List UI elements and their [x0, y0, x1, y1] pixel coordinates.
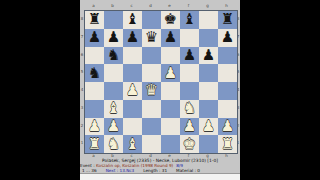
square-d4[interactable]: ♛: [142, 82, 161, 100]
bottom-strip: [80, 173, 240, 180]
square-c6[interactable]: [123, 47, 142, 65]
game-info-bar: Polasek, Sergej (2335) - Necke, Lubomir …: [80, 158, 240, 173]
black-pawn: ♟: [88, 29, 101, 46]
black-rook: ♜: [221, 11, 234, 28]
square-a4[interactable]: [85, 82, 104, 100]
chess-viewer: abcdefgh 87654321 87654321 ♜♝♚♝♜♟♟♟♛♟♟♞♟…: [80, 0, 240, 180]
file-label-f: f: [179, 3, 198, 9]
square-b6[interactable]: ♞: [104, 47, 123, 65]
square-a8[interactable]: ♜: [85, 11, 104, 29]
black-pawn: ♟: [221, 29, 234, 46]
black-pawn: ♟: [183, 47, 196, 64]
square-d5[interactable]: [142, 64, 161, 82]
square-e7[interactable]: ♟: [161, 29, 180, 47]
square-e3[interactable]: [161, 100, 180, 118]
square-h1[interactable]: ♜: [218, 135, 237, 153]
square-c4[interactable]: ♟: [123, 82, 142, 100]
white-knight: ♞: [107, 136, 120, 153]
square-a6[interactable]: [85, 47, 104, 65]
square-e5[interactable]: ♟: [161, 64, 180, 82]
square-f3[interactable]: ♞: [180, 100, 199, 118]
white-knight: ♞: [183, 100, 196, 117]
black-pawn: ♟: [202, 47, 215, 64]
square-b7[interactable]: ♟: [104, 29, 123, 47]
white-pawn: ♟: [126, 82, 139, 99]
square-d1[interactable]: [142, 135, 161, 153]
black-bishop: ♝: [126, 11, 139, 28]
square-a5[interactable]: ♞: [85, 64, 104, 82]
square-e2[interactable]: [161, 118, 180, 136]
file-label-h: h: [217, 3, 236, 9]
square-a3[interactable]: [85, 100, 104, 118]
square-c2[interactable]: [123, 118, 142, 136]
file-label-g: g: [198, 3, 217, 9]
square-b8[interactable]: [104, 11, 123, 29]
square-e4[interactable]: [161, 82, 180, 100]
square-d3[interactable]: [142, 100, 161, 118]
black-queen: ♛: [145, 29, 158, 46]
square-f4[interactable]: [180, 82, 199, 100]
file-label-d: d: [141, 3, 160, 9]
square-a2[interactable]: ♟: [85, 118, 104, 136]
pillarbox-left: [0, 0, 80, 180]
square-h8[interactable]: ♜: [218, 11, 237, 29]
white-pawn: ♟: [202, 118, 215, 135]
square-b3[interactable]: ♝: [104, 100, 123, 118]
square-f8[interactable]: ♝: [180, 11, 199, 29]
square-d6[interactable]: [142, 47, 161, 65]
square-h7[interactable]: ♟: [218, 29, 237, 47]
file-label-b: b: [103, 3, 122, 9]
white-pawn: ♟: [88, 118, 101, 135]
white-pawn: ♟: [164, 65, 177, 82]
square-g6[interactable]: ♟: [199, 47, 218, 65]
file-label-c: c: [122, 3, 141, 9]
black-knight: ♞: [107, 47, 120, 64]
square-b2[interactable]: ♟: [104, 118, 123, 136]
square-g2[interactable]: ♟: [199, 118, 218, 136]
file-labels-top: abcdefgh: [84, 3, 236, 9]
square-g5[interactable]: [199, 64, 218, 82]
square-g3[interactable]: [199, 100, 218, 118]
square-e8[interactable]: ♚: [161, 11, 180, 29]
screenshot: abcdefgh 87654321 87654321 ♜♝♚♝♜♟♟♟♛♟♟♞♟…: [0, 0, 320, 180]
square-g4[interactable]: [199, 82, 218, 100]
square-h4[interactable]: [218, 82, 237, 100]
square-c3[interactable]: [123, 100, 142, 118]
square-d7[interactable]: ♛: [142, 29, 161, 47]
white-queen: ♛: [145, 82, 158, 99]
square-a7[interactable]: ♟: [85, 29, 104, 47]
white-bishop: ♝: [107, 100, 120, 117]
black-rook: ♜: [88, 11, 101, 28]
black-king: ♚: [164, 11, 177, 28]
black-pawn: ♟: [107, 29, 120, 46]
square-d8[interactable]: [142, 11, 161, 29]
square-f1[interactable]: ♚: [180, 135, 199, 153]
square-f5[interactable]: [180, 64, 199, 82]
square-g8[interactable]: [199, 11, 218, 29]
white-king: ♚: [183, 136, 196, 153]
square-h5[interactable]: [218, 64, 237, 82]
square-e1[interactable]: [161, 135, 180, 153]
square-e6[interactable]: [161, 47, 180, 65]
black-bishop: ♝: [183, 11, 196, 28]
square-a1[interactable]: ♜: [85, 135, 104, 153]
file-label-e: e: [160, 3, 179, 9]
black-pawn: ♟: [164, 29, 177, 46]
square-b1[interactable]: ♞: [104, 135, 123, 153]
square-g1[interactable]: [199, 135, 218, 153]
black-pawn: ♟: [126, 29, 139, 46]
square-b4[interactable]: [104, 82, 123, 100]
square-d2[interactable]: [142, 118, 161, 136]
black-knight: ♞: [88, 65, 101, 82]
square-h6[interactable]: [218, 47, 237, 65]
square-f2[interactable]: ♟: [180, 118, 199, 136]
square-c1[interactable]: ♝: [123, 135, 142, 153]
square-f6[interactable]: ♟: [180, 47, 199, 65]
square-c5[interactable]: [123, 64, 142, 82]
square-g7[interactable]: [199, 29, 218, 47]
white-pawn: ♟: [183, 118, 196, 135]
white-rook: ♜: [221, 136, 234, 153]
white-pawn: ♟: [107, 118, 120, 135]
square-h3[interactable]: [218, 100, 237, 118]
square-b5[interactable]: [104, 64, 123, 82]
square-c7[interactable]: ♟: [123, 29, 142, 47]
chess-board: ♜♝♚♝♜♟♟♟♛♟♟♞♟♟♞♟♟♛♝♞♟♟♟♟♟♜♞♝♚♜: [84, 10, 238, 154]
square-c8[interactable]: ♝: [123, 11, 142, 29]
file-label-a: a: [84, 3, 103, 9]
square-h2[interactable]: ♟: [218, 118, 237, 136]
white-rook: ♜: [88, 136, 101, 153]
square-f7[interactable]: [180, 29, 199, 47]
white-pawn: ♟: [221, 118, 234, 135]
pillarbox-right: [240, 0, 320, 180]
white-bishop: ♝: [126, 136, 139, 153]
